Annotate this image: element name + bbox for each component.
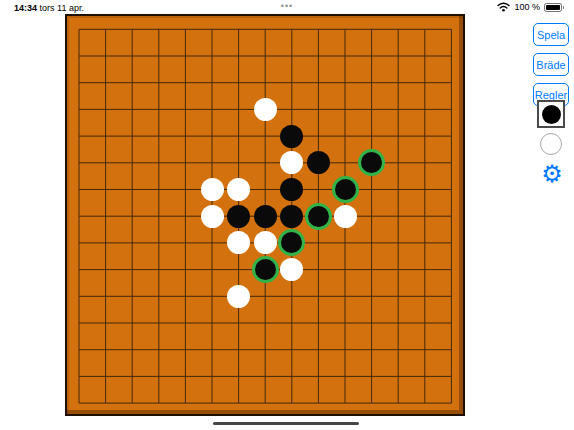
black-stone [254,205,277,228]
battery-icon [544,3,562,12]
white-stone [201,205,224,228]
black-stone [280,125,303,148]
play-button[interactable]: Spela [533,23,569,46]
black-stone [227,205,250,228]
white-player-indicator[interactable] [540,133,562,155]
winning-black-stone [305,203,332,230]
white-stone [334,205,357,228]
white-stone [227,285,250,308]
board-button[interactable]: Bräde [533,53,569,76]
black-stone [280,205,303,228]
white-stone [227,178,250,201]
multitasking-dots-icon: ••• [0,1,574,11]
gomoku-board[interactable] [65,14,465,416]
white-stone [201,178,224,201]
winning-black-stone [332,176,359,203]
white-stone [254,98,277,121]
status-right: 100 % [497,2,562,12]
battery-percent: 100 % [514,2,540,12]
wifi-icon [497,2,510,12]
settings-gear-icon[interactable]: ⚙ [539,161,565,187]
black-player-indicator-selected[interactable] [537,100,565,128]
home-indicator[interactable] [213,422,359,425]
black-stone-icon [542,105,561,124]
white-stone [254,231,277,254]
winning-black-stone [252,256,279,283]
